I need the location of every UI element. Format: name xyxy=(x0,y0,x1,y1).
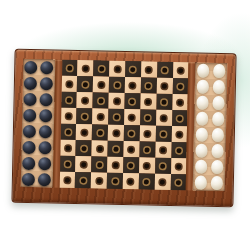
peg-hole xyxy=(162,67,167,72)
peg-cell xyxy=(209,159,225,175)
peg-hole xyxy=(99,66,104,71)
board-square[interactable] xyxy=(155,142,171,158)
board-square[interactable] xyxy=(109,77,125,93)
peg-hole xyxy=(177,100,182,105)
board-square[interactable] xyxy=(140,93,156,109)
peg-hole xyxy=(83,66,88,71)
peg-cell xyxy=(21,171,37,187)
peg-hole xyxy=(129,163,134,168)
peg-cell xyxy=(195,78,211,94)
white-peg[interactable] xyxy=(212,112,224,126)
board-square[interactable] xyxy=(156,110,172,126)
peg-hole xyxy=(176,148,181,153)
peg-hole xyxy=(128,179,133,184)
board-square[interactable] xyxy=(172,78,188,94)
peg-hole xyxy=(146,83,151,88)
peg-hole xyxy=(113,146,118,151)
black-peg[interactable] xyxy=(40,77,53,90)
peg-hole xyxy=(177,116,182,121)
peg-cell xyxy=(38,123,54,139)
white-peg[interactable] xyxy=(195,176,207,190)
peg-hole xyxy=(115,66,120,71)
board-square[interactable] xyxy=(93,92,109,108)
board-square[interactable] xyxy=(123,141,139,157)
peg-cell xyxy=(39,59,55,75)
white-peg[interactable] xyxy=(213,80,225,94)
peg-hole xyxy=(146,99,151,104)
peg-hole xyxy=(98,98,103,103)
board-square[interactable] xyxy=(125,61,141,77)
board-square[interactable] xyxy=(91,156,107,172)
peg-cell xyxy=(193,158,209,174)
peg-cell xyxy=(195,94,211,110)
white-pieces-tray xyxy=(193,62,227,191)
board-square[interactable] xyxy=(92,140,108,156)
peg-hole xyxy=(145,131,150,136)
board-square[interactable] xyxy=(92,108,108,124)
board-square[interactable] xyxy=(124,109,140,125)
board-square[interactable] xyxy=(78,60,94,76)
white-peg[interactable] xyxy=(213,64,225,78)
board-square[interactable] xyxy=(108,141,124,157)
white-peg[interactable] xyxy=(211,144,223,158)
board-square[interactable] xyxy=(107,157,123,173)
board-square[interactable] xyxy=(75,172,91,188)
peg-cell xyxy=(21,139,37,155)
white-peg[interactable] xyxy=(212,96,224,110)
board-square[interactable] xyxy=(91,172,107,188)
peg-hole xyxy=(114,114,119,119)
peg-cell xyxy=(210,111,226,127)
peg-hole xyxy=(160,179,165,184)
peg-cell xyxy=(194,142,210,158)
board-square[interactable] xyxy=(141,61,157,77)
board-square[interactable] xyxy=(61,76,77,92)
black-peg[interactable] xyxy=(23,124,36,137)
peg-hole xyxy=(161,131,166,136)
board-square[interactable] xyxy=(157,62,173,78)
board-square[interactable] xyxy=(124,125,140,141)
peg-hole xyxy=(129,147,134,152)
frame-inner xyxy=(21,59,228,190)
peg-hole xyxy=(130,83,135,88)
white-peg[interactable] xyxy=(197,64,209,78)
black-peg[interactable] xyxy=(24,108,37,121)
peg-cell xyxy=(209,175,225,191)
peg-hole xyxy=(162,99,167,104)
black-peg[interactable] xyxy=(40,93,53,106)
peg-hole xyxy=(113,162,118,167)
peg-hole xyxy=(146,67,151,72)
board-square[interactable] xyxy=(76,140,92,156)
board-square[interactable] xyxy=(76,156,92,172)
peg-hole xyxy=(114,98,119,103)
board-square[interactable] xyxy=(76,124,92,140)
peg-cell xyxy=(211,63,227,79)
peg-hole xyxy=(161,147,166,152)
peg-hole xyxy=(67,81,72,86)
board-square[interactable] xyxy=(109,93,125,109)
board-square[interactable] xyxy=(156,78,172,94)
peg-hole xyxy=(82,130,87,135)
board-square[interactable] xyxy=(171,158,187,174)
peg-hole xyxy=(176,180,181,185)
board-square[interactable] xyxy=(140,109,156,125)
peg-hole xyxy=(144,163,149,168)
peg-cell xyxy=(210,143,226,159)
travel-chess-set-frame xyxy=(11,49,236,208)
peg-hole xyxy=(98,130,103,135)
board-square[interactable] xyxy=(108,109,124,125)
peg-hole xyxy=(82,98,87,103)
board-square[interactable] xyxy=(92,124,108,140)
peg-hole xyxy=(176,164,181,169)
white-peg[interactable] xyxy=(211,176,223,190)
peg-cell xyxy=(23,75,39,91)
peg-hole xyxy=(113,130,118,135)
peg-cell xyxy=(195,62,211,78)
peg-hole xyxy=(98,114,103,119)
board-square[interactable] xyxy=(77,92,93,108)
black-peg[interactable] xyxy=(38,173,51,186)
board-square[interactable] xyxy=(139,173,155,189)
white-peg[interactable] xyxy=(196,112,208,126)
peg-hole xyxy=(81,162,86,167)
board-square[interactable] xyxy=(93,76,109,92)
peg-hole xyxy=(97,146,102,151)
board-square[interactable] xyxy=(61,108,77,124)
board-square[interactable] xyxy=(156,94,172,110)
board-square[interactable] xyxy=(139,141,155,157)
black-peg[interactable] xyxy=(24,92,37,105)
peg-hole xyxy=(67,65,72,70)
board-square[interactable] xyxy=(93,60,109,76)
white-peg[interactable] xyxy=(197,96,209,110)
peg-hole xyxy=(67,97,72,102)
peg-hole xyxy=(145,115,150,120)
black-pieces-tray xyxy=(21,59,55,188)
black-peg[interactable] xyxy=(24,76,37,89)
board-square[interactable] xyxy=(139,157,155,173)
peg-cell xyxy=(194,126,210,142)
peg-cell xyxy=(37,139,53,155)
board-square[interactable] xyxy=(171,126,187,142)
board-square[interactable] xyxy=(125,77,141,93)
peg-hole xyxy=(65,161,70,166)
board-square[interactable] xyxy=(155,158,171,174)
peg-cell xyxy=(22,91,38,107)
peg-cell xyxy=(193,174,209,190)
checkerboard xyxy=(59,60,188,191)
board-square[interactable] xyxy=(124,93,140,109)
board-square[interactable] xyxy=(60,140,76,156)
black-peg[interactable] xyxy=(39,125,52,138)
white-peg[interactable] xyxy=(196,128,208,142)
black-peg[interactable] xyxy=(23,156,36,169)
peg-hole xyxy=(114,82,119,87)
peg-hole xyxy=(81,178,86,183)
board-square[interactable] xyxy=(172,110,188,126)
white-peg[interactable] xyxy=(197,80,209,94)
black-peg[interactable] xyxy=(38,157,51,170)
peg-hole xyxy=(112,178,117,183)
black-peg[interactable] xyxy=(40,61,53,74)
peg-cell xyxy=(23,59,39,75)
board-square[interactable] xyxy=(141,77,157,93)
peg-cell xyxy=(38,107,54,123)
peg-hole xyxy=(82,114,87,119)
peg-hole xyxy=(97,162,102,167)
board-square[interactable] xyxy=(155,126,171,142)
board-square[interactable] xyxy=(77,76,93,92)
peg-hole xyxy=(129,131,134,136)
peg-hole xyxy=(66,129,71,134)
board-square[interactable] xyxy=(173,62,189,78)
peg-hole xyxy=(97,178,102,183)
peg-cell xyxy=(210,127,226,143)
white-peg[interactable] xyxy=(211,160,223,174)
peg-cell xyxy=(22,123,38,139)
peg-hole xyxy=(130,99,135,104)
peg-hole xyxy=(178,68,183,73)
peg-hole xyxy=(130,115,135,120)
black-peg[interactable] xyxy=(39,109,52,122)
peg-hole xyxy=(160,163,165,168)
board-square[interactable] xyxy=(107,173,123,189)
peg-hole xyxy=(66,145,71,150)
board-square[interactable] xyxy=(60,156,76,172)
board-square[interactable] xyxy=(171,142,187,158)
peg-hole xyxy=(161,115,166,120)
black-peg[interactable] xyxy=(25,60,38,73)
board-square[interactable] xyxy=(61,92,77,108)
black-peg[interactable] xyxy=(23,140,36,153)
peg-hole xyxy=(162,83,167,88)
board-square[interactable] xyxy=(170,174,186,190)
peg-hole xyxy=(178,84,183,89)
white-peg[interactable] xyxy=(195,160,207,174)
white-peg[interactable] xyxy=(196,144,208,158)
photo-background xyxy=(0,0,250,250)
peg-cell xyxy=(211,95,227,111)
peg-hole xyxy=(66,113,71,118)
peg-hole xyxy=(99,82,104,87)
board-square[interactable] xyxy=(123,173,139,189)
board-square[interactable] xyxy=(140,125,156,141)
board-square[interactable] xyxy=(59,172,75,188)
peg-cell xyxy=(194,110,210,126)
peg-cell xyxy=(39,75,55,91)
peg-cell xyxy=(37,171,53,187)
peg-hole xyxy=(145,147,150,152)
peg-cell xyxy=(37,155,53,171)
peg-cell xyxy=(22,107,38,123)
peg-hole xyxy=(177,132,182,137)
peg-hole xyxy=(83,82,88,87)
white-peg[interactable] xyxy=(212,128,224,142)
board-square[interactable] xyxy=(154,174,170,190)
peg-cell xyxy=(38,91,54,107)
board-square[interactable] xyxy=(77,108,93,124)
board-square[interactable] xyxy=(109,61,125,77)
peg-cell xyxy=(211,79,227,95)
board-square[interactable] xyxy=(172,94,188,110)
peg-hole xyxy=(144,179,149,184)
peg-hole xyxy=(131,67,136,72)
board-square[interactable] xyxy=(108,125,124,141)
board-square[interactable] xyxy=(60,124,76,140)
board-square[interactable] xyxy=(62,60,78,76)
peg-cell xyxy=(21,155,37,171)
black-peg[interactable] xyxy=(39,141,52,154)
peg-hole xyxy=(65,177,70,182)
black-peg[interactable] xyxy=(22,172,35,185)
board-square[interactable] xyxy=(123,157,139,173)
peg-hole xyxy=(81,146,86,151)
